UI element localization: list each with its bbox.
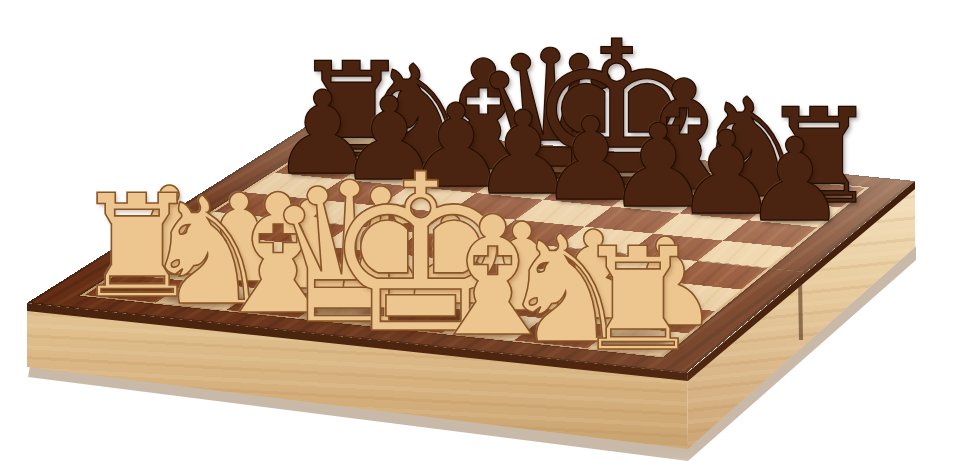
chess-set-photo: ♜♞♝♛♚♝♞♜♟♟♟♟♟♟♟♟♟♟♟♟♟♟♟♟♜♞♝♛♚♝♞♜ bbox=[0, 0, 960, 468]
